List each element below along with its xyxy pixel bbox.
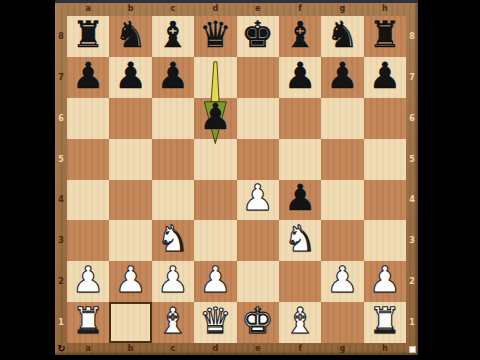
square-h4[interactable] xyxy=(364,180,406,221)
piece-wP-d2[interactable]: ♟ xyxy=(199,262,231,298)
square-c5[interactable] xyxy=(152,139,194,180)
square-f5[interactable] xyxy=(279,139,321,180)
square-g7[interactable]: ♟ xyxy=(321,57,363,98)
square-f6[interactable] xyxy=(279,98,321,139)
square-c8[interactable]: ♝ xyxy=(152,16,194,57)
square-c6[interactable] xyxy=(152,98,194,139)
square-f7[interactable]: ♟ xyxy=(279,57,321,98)
square-h1[interactable]: ♜ xyxy=(364,302,406,343)
square-b5[interactable] xyxy=(109,139,151,180)
rank-label-1: 1 xyxy=(55,302,67,343)
piece-bB-c8[interactable]: ♝ xyxy=(157,17,189,53)
piece-wB-c1[interactable]: ♝ xyxy=(157,303,189,339)
square-d1[interactable]: ♛ xyxy=(194,302,236,343)
file-label-h-bottom: h xyxy=(364,343,406,355)
piece-wK-e1[interactable]: ♚ xyxy=(242,303,274,339)
square-f1[interactable]: ♝ xyxy=(279,302,321,343)
rank-label-3: 3 xyxy=(406,220,418,261)
piece-bP-a7[interactable]: ♟ xyxy=(72,58,104,94)
square-e1[interactable]: ♚ xyxy=(237,302,279,343)
square-b7[interactable]: ♟ xyxy=(109,57,151,98)
piece-bR-a8[interactable]: ♜ xyxy=(72,17,104,53)
file-label-b-bottom: b xyxy=(109,343,151,355)
file-label-g-bottom: g xyxy=(321,343,363,355)
stop-icon[interactable] xyxy=(409,346,416,353)
rank-label-8: 8 xyxy=(55,16,67,57)
square-b3[interactable] xyxy=(109,220,151,261)
rank-label-8: 8 xyxy=(406,16,418,57)
video-frame: abcdefgh abcdefgh 87654321 87654321 ♜♞♝♛… xyxy=(0,0,480,360)
piece-wR-h1[interactable]: ♜ xyxy=(369,303,401,339)
square-b2[interactable]: ♟ xyxy=(109,261,151,302)
file-label-a-bottom: a xyxy=(67,343,109,355)
piece-bP-h7[interactable]: ♟ xyxy=(369,58,401,94)
piece-bP-b7[interactable]: ♟ xyxy=(114,58,146,94)
square-e4[interactable]: ♟ xyxy=(237,180,279,221)
square-d3[interactable] xyxy=(194,220,236,261)
piece-bR-h8[interactable]: ♜ xyxy=(369,17,401,53)
rank-label-2: 2 xyxy=(406,261,418,302)
piece-bP-f4[interactable]: ♟ xyxy=(284,180,316,216)
square-e2[interactable] xyxy=(237,261,279,302)
piece-bP-d6[interactable]: ♟ xyxy=(199,99,231,135)
piece-bB-f8[interactable]: ♝ xyxy=(284,17,316,53)
square-e3[interactable] xyxy=(237,220,279,261)
square-c1[interactable]: ♝ xyxy=(152,302,194,343)
rank-label-4: 4 xyxy=(55,180,67,221)
file-labels-bottom: abcdefgh xyxy=(67,343,406,355)
rank-label-2: 2 xyxy=(55,261,67,302)
square-e5[interactable] xyxy=(237,139,279,180)
piece-bP-f7[interactable]: ♟ xyxy=(284,58,316,94)
rank-label-3: 3 xyxy=(55,220,67,261)
square-c3[interactable]: ♞ xyxy=(152,220,194,261)
piece-bK-e8[interactable]: ♚ xyxy=(242,17,274,53)
piece-bN-g8[interactable]: ♞ xyxy=(326,17,358,53)
rank-label-6: 6 xyxy=(55,98,67,139)
square-a6[interactable] xyxy=(67,98,109,139)
piece-wR-a1[interactable]: ♜ xyxy=(72,303,104,339)
square-c7[interactable]: ♟ xyxy=(152,57,194,98)
rank-labels-right: 87654321 xyxy=(406,16,418,343)
square-h2[interactable]: ♟ xyxy=(364,261,406,302)
square-e7[interactable] xyxy=(237,57,279,98)
piece-wP-b2[interactable]: ♟ xyxy=(114,262,146,298)
square-b6[interactable] xyxy=(109,98,151,139)
square-h7[interactable]: ♟ xyxy=(364,57,406,98)
square-f4[interactable]: ♟ xyxy=(279,180,321,221)
square-b8[interactable]: ♞ xyxy=(109,16,151,57)
file-label-f-bottom: f xyxy=(279,343,321,355)
piece-wB-f1[interactable]: ♝ xyxy=(284,303,316,339)
square-f8[interactable]: ♝ xyxy=(279,16,321,57)
file-label-d-bottom: d xyxy=(194,343,236,355)
square-g5[interactable] xyxy=(321,139,363,180)
square-g1[interactable] xyxy=(321,302,363,343)
square-h5[interactable] xyxy=(364,139,406,180)
file-label-e-bottom: e xyxy=(237,343,279,355)
rank-label-1: 1 xyxy=(406,302,418,343)
square-f3[interactable]: ♞ xyxy=(279,220,321,261)
rank-label-6: 6 xyxy=(406,98,418,139)
square-c2[interactable]: ♟ xyxy=(152,261,194,302)
square-d2[interactable]: ♟ xyxy=(194,261,236,302)
square-d6[interactable]: ♟ xyxy=(194,98,236,139)
piece-bP-c7[interactable]: ♟ xyxy=(157,58,189,94)
square-e8[interactable]: ♚ xyxy=(237,16,279,57)
piece-wP-g2[interactable]: ♟ xyxy=(326,262,358,298)
square-a5[interactable] xyxy=(67,139,109,180)
square-a4[interactable] xyxy=(67,180,109,221)
piece-bQ-d8[interactable]: ♛ xyxy=(199,17,231,53)
piece-wN-f3[interactable]: ♞ xyxy=(284,221,316,257)
square-a2[interactable]: ♟ xyxy=(67,261,109,302)
rank-label-7: 7 xyxy=(406,57,418,98)
square-h6[interactable] xyxy=(364,98,406,139)
square-b4[interactable] xyxy=(109,180,151,221)
square-a1[interactable]: ♜ xyxy=(67,302,109,343)
square-e6[interactable] xyxy=(237,98,279,139)
rank-label-5: 5 xyxy=(55,139,67,180)
square-g8[interactable]: ♞ xyxy=(321,16,363,57)
square-d4[interactable] xyxy=(194,180,236,221)
piece-wN-c3[interactable]: ♞ xyxy=(157,221,189,257)
square-d8[interactable]: ♛ xyxy=(194,16,236,57)
square-a3[interactable] xyxy=(67,220,109,261)
rank-label-4: 4 xyxy=(406,180,418,221)
piece-bN-b8[interactable]: ♞ xyxy=(114,17,146,53)
square-h8[interactable]: ♜ xyxy=(364,16,406,57)
piece-bP-g7[interactable]: ♟ xyxy=(326,58,358,94)
square-h3[interactable] xyxy=(364,220,406,261)
square-f2[interactable] xyxy=(279,261,321,302)
square-d7[interactable] xyxy=(194,57,236,98)
piece-wP-e4[interactable]: ♟ xyxy=(242,180,274,216)
board-squares: ♜♞♝♛♚♝♞♜♟♟♟♟♟♟♟♟♟♞♞♟♟♟♟♟♟♜♝♛♚♝♜ xyxy=(67,16,406,343)
square-d5[interactable] xyxy=(194,139,236,180)
square-g3[interactable] xyxy=(321,220,363,261)
chess-board: abcdefgh abcdefgh 87654321 87654321 ♜♞♝♛… xyxy=(55,0,418,355)
square-a8[interactable]: ♜ xyxy=(67,16,109,57)
piece-wQ-d1[interactable]: ♛ xyxy=(199,303,231,339)
square-g4[interactable] xyxy=(321,180,363,221)
square-c4[interactable] xyxy=(152,180,194,221)
rank-labels-left: 87654321 xyxy=(55,16,67,343)
rank-label-7: 7 xyxy=(55,57,67,98)
square-a7[interactable]: ♟ xyxy=(67,57,109,98)
square-b1[interactable] xyxy=(109,302,151,343)
piece-wP-a2[interactable]: ♟ xyxy=(72,262,104,298)
square-g2[interactable]: ♟ xyxy=(321,261,363,302)
square-g6[interactable] xyxy=(321,98,363,139)
piece-wP-c2[interactable]: ♟ xyxy=(157,262,189,298)
file-label-c-bottom: c xyxy=(152,343,194,355)
piece-wP-h2[interactable]: ♟ xyxy=(369,262,401,298)
rank-label-5: 5 xyxy=(406,139,418,180)
rotate-board-icon[interactable]: ↻ xyxy=(56,343,67,355)
